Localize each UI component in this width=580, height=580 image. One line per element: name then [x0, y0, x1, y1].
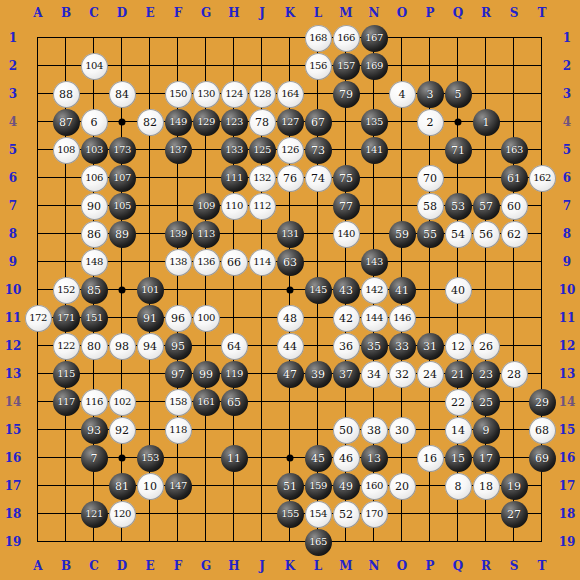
board-cell[interactable]: 88	[52, 80, 80, 108]
board-cell[interactable]: 18	[472, 472, 500, 500]
board-cell[interactable]: 113	[192, 220, 220, 248]
board-cell[interactable]	[24, 500, 52, 528]
board-cell[interactable]	[360, 220, 388, 248]
board-cell[interactable]: 21	[444, 360, 472, 388]
board-cell[interactable]	[444, 52, 472, 80]
board-cell[interactable]	[136, 80, 164, 108]
board-cell[interactable]	[136, 416, 164, 444]
board-cell[interactable]	[500, 52, 528, 80]
board-cell[interactable]: 159	[304, 472, 332, 500]
board-cell[interactable]	[192, 164, 220, 192]
board-cell[interactable]: 131	[276, 220, 304, 248]
board-cell[interactable]	[248, 472, 276, 500]
board-cell[interactable]	[500, 332, 528, 360]
board-cell[interactable]	[528, 24, 556, 52]
board-cell[interactable]: 58	[416, 192, 444, 220]
board-cell[interactable]: 82	[136, 108, 164, 136]
board-cell[interactable]	[388, 52, 416, 80]
board-cell[interactable]	[416, 304, 444, 332]
board-cell[interactable]	[80, 24, 108, 52]
board-cell[interactable]: 166	[332, 24, 360, 52]
board-cell[interactable]	[528, 332, 556, 360]
board-cell[interactable]: 136	[192, 248, 220, 276]
board-cell[interactable]	[388, 136, 416, 164]
board-cell[interactable]	[108, 304, 136, 332]
board-cell[interactable]: 78	[248, 108, 276, 136]
board-cell[interactable]	[276, 24, 304, 52]
board-cell[interactable]: 147	[164, 472, 192, 500]
board-cell[interactable]: 46	[332, 444, 360, 472]
board-cell[interactable]: 123	[220, 108, 248, 136]
board-cell[interactable]: 118	[164, 416, 192, 444]
board-cell[interactable]	[528, 360, 556, 388]
board-cell[interactable]: 144	[360, 304, 388, 332]
board-cell[interactable]: 53	[444, 192, 472, 220]
board-cell[interactable]	[24, 472, 52, 500]
board-cell[interactable]	[360, 388, 388, 416]
board-cell[interactable]	[248, 24, 276, 52]
board-cell[interactable]: 73	[304, 136, 332, 164]
board-cell[interactable]: 9	[472, 416, 500, 444]
board-cell[interactable]	[500, 276, 528, 304]
board-cell[interactable]: 71	[444, 136, 472, 164]
board-cell[interactable]	[472, 276, 500, 304]
board-cell[interactable]	[24, 164, 52, 192]
board-cell[interactable]	[304, 388, 332, 416]
board-cell[interactable]: 94	[136, 332, 164, 360]
board-cell[interactable]	[360, 528, 388, 556]
board-cell[interactable]	[304, 304, 332, 332]
board-cell[interactable]: 19	[500, 472, 528, 500]
board-cell[interactable]	[388, 500, 416, 528]
board-cell[interactable]	[528, 80, 556, 108]
board-cell[interactable]: 141	[360, 136, 388, 164]
board-cell[interactable]	[108, 24, 136, 52]
board-cell[interactable]: 32	[388, 360, 416, 388]
board-cell[interactable]: 163	[500, 136, 528, 164]
board-cell[interactable]	[416, 136, 444, 164]
board-cell[interactable]	[444, 248, 472, 276]
board-cell[interactable]: 139	[164, 220, 192, 248]
board-cell[interactable]: 87	[52, 108, 80, 136]
board-cell[interactable]	[164, 52, 192, 80]
board-cell[interactable]	[220, 220, 248, 248]
board-cell[interactable]	[108, 276, 136, 304]
board-cell[interactable]: 86	[80, 220, 108, 248]
board-cell[interactable]: 81	[108, 472, 136, 500]
board-cell[interactable]: 161	[192, 388, 220, 416]
board-cell[interactable]	[332, 136, 360, 164]
board-cell[interactable]: 90	[80, 192, 108, 220]
board-cell[interactable]: 31	[416, 332, 444, 360]
board-cell[interactable]	[136, 136, 164, 164]
board-cell[interactable]: 145	[304, 276, 332, 304]
go-board[interactable]: 1681661671041561571698884150130124128164…	[24, 24, 556, 556]
board-cell[interactable]	[220, 528, 248, 556]
board-cell[interactable]: 48	[276, 304, 304, 332]
board-cell[interactable]: 114	[248, 248, 276, 276]
board-cell[interactable]	[528, 248, 556, 276]
board-cell[interactable]: 63	[276, 248, 304, 276]
board-cell[interactable]	[164, 24, 192, 52]
board-cell[interactable]: 41	[388, 276, 416, 304]
board-cell[interactable]: 79	[332, 80, 360, 108]
board-cell[interactable]	[52, 472, 80, 500]
board-cell[interactable]	[24, 80, 52, 108]
board-cell[interactable]	[388, 444, 416, 472]
board-cell[interactable]: 138	[164, 248, 192, 276]
board-cell[interactable]	[192, 500, 220, 528]
board-cell[interactable]	[500, 304, 528, 332]
board-cell[interactable]: 60	[500, 192, 528, 220]
board-cell[interactable]: 122	[52, 332, 80, 360]
board-cell[interactable]: 132	[248, 164, 276, 192]
board-cell[interactable]: 117	[52, 388, 80, 416]
board-cell[interactable]	[416, 24, 444, 52]
board-cell[interactable]: 5	[444, 80, 472, 108]
board-cell[interactable]: 135	[360, 108, 388, 136]
board-cell[interactable]	[136, 52, 164, 80]
board-cell[interactable]	[220, 472, 248, 500]
board-cell[interactable]: 172	[24, 304, 52, 332]
board-cell[interactable]	[108, 108, 136, 136]
board-cell[interactable]: 121	[80, 500, 108, 528]
board-cell[interactable]: 59	[388, 220, 416, 248]
board-cell[interactable]: 84	[108, 80, 136, 108]
board-cell[interactable]	[528, 472, 556, 500]
board-cell[interactable]	[248, 500, 276, 528]
board-cell[interactable]	[248, 360, 276, 388]
board-cell[interactable]	[444, 108, 472, 136]
board-cell[interactable]	[192, 276, 220, 304]
board-cell[interactable]	[24, 136, 52, 164]
board-cell[interactable]: 7	[80, 444, 108, 472]
board-cell[interactable]	[52, 416, 80, 444]
board-cell[interactable]	[164, 528, 192, 556]
board-cell[interactable]: 150	[164, 80, 192, 108]
board-cell[interactable]: 68	[528, 416, 556, 444]
board-cell[interactable]: 23	[472, 360, 500, 388]
board-cell[interactable]	[164, 500, 192, 528]
board-cell[interactable]: 69	[528, 444, 556, 472]
board-cell[interactable]: 116	[80, 388, 108, 416]
board-cell[interactable]: 44	[276, 332, 304, 360]
board-cell[interactable]: 1	[472, 108, 500, 136]
board-cell[interactable]	[416, 472, 444, 500]
board-cell[interactable]	[24, 332, 52, 360]
board-cell[interactable]	[220, 304, 248, 332]
board-cell[interactable]	[136, 500, 164, 528]
board-cell[interactable]: 173	[108, 136, 136, 164]
board-cell[interactable]	[192, 416, 220, 444]
board-cell[interactable]: 47	[276, 360, 304, 388]
board-cell[interactable]	[136, 248, 164, 276]
board-cell[interactable]: 137	[164, 136, 192, 164]
board-cell[interactable]	[24, 24, 52, 52]
board-cell[interactable]	[248, 276, 276, 304]
board-cell[interactable]	[388, 164, 416, 192]
board-cell[interactable]	[416, 416, 444, 444]
board-cell[interactable]: 165	[304, 528, 332, 556]
board-cell[interactable]	[416, 388, 444, 416]
board-cell[interactable]: 149	[164, 108, 192, 136]
board-cell[interactable]: 171	[52, 304, 80, 332]
board-cell[interactable]: 143	[360, 248, 388, 276]
board-cell[interactable]: 14	[444, 416, 472, 444]
board-cell[interactable]	[24, 388, 52, 416]
board-cell[interactable]	[248, 220, 276, 248]
board-cell[interactable]: 152	[52, 276, 80, 304]
board-cell[interactable]	[220, 52, 248, 80]
board-cell[interactable]: 65	[220, 388, 248, 416]
board-cell[interactable]: 77	[332, 192, 360, 220]
board-cell[interactable]	[332, 108, 360, 136]
board-cell[interactable]: 26	[472, 332, 500, 360]
board-cell[interactable]	[192, 472, 220, 500]
board-cell[interactable]: 91	[136, 304, 164, 332]
board-cell[interactable]: 93	[80, 416, 108, 444]
board-cell[interactable]	[276, 52, 304, 80]
board-cell[interactable]	[24, 248, 52, 276]
board-cell[interactable]: 107	[108, 164, 136, 192]
board-cell[interactable]: 54	[444, 220, 472, 248]
board-cell[interactable]: 10	[136, 472, 164, 500]
board-cell[interactable]	[304, 220, 332, 248]
board-cell[interactable]: 125	[248, 136, 276, 164]
board-cell[interactable]: 98	[108, 332, 136, 360]
board-cell[interactable]	[528, 136, 556, 164]
board-cell[interactable]	[528, 52, 556, 80]
board-cell[interactable]	[52, 444, 80, 472]
board-cell[interactable]	[136, 192, 164, 220]
board-cell[interactable]	[472, 500, 500, 528]
board-cell[interactable]	[472, 24, 500, 52]
board-cell[interactable]	[192, 52, 220, 80]
board-cell[interactable]: 75	[332, 164, 360, 192]
board-cell[interactable]	[24, 276, 52, 304]
board-cell[interactable]	[472, 80, 500, 108]
board-cell[interactable]: 120	[108, 500, 136, 528]
board-cell[interactable]	[528, 276, 556, 304]
board-cell[interactable]	[136, 220, 164, 248]
board-cell[interactable]: 101	[136, 276, 164, 304]
board-cell[interactable]: 146	[388, 304, 416, 332]
board-cell[interactable]: 38	[360, 416, 388, 444]
board-cell[interactable]: 106	[80, 164, 108, 192]
board-cell[interactable]	[24, 52, 52, 80]
board-cell[interactable]: 169	[360, 52, 388, 80]
board-cell[interactable]	[108, 52, 136, 80]
board-cell[interactable]: 12	[444, 332, 472, 360]
board-cell[interactable]	[24, 528, 52, 556]
board-cell[interactable]: 160	[360, 472, 388, 500]
board-cell[interactable]	[500, 528, 528, 556]
board-cell[interactable]	[444, 304, 472, 332]
board-cell[interactable]	[304, 248, 332, 276]
board-cell[interactable]	[24, 416, 52, 444]
board-cell[interactable]	[248, 52, 276, 80]
board-cell[interactable]: 43	[332, 276, 360, 304]
board-cell[interactable]: 76	[276, 164, 304, 192]
board-cell[interactable]: 168	[304, 24, 332, 52]
board-cell[interactable]: 40	[444, 276, 472, 304]
board-cell[interactable]: 127	[276, 108, 304, 136]
board-cell[interactable]	[444, 528, 472, 556]
board-cell[interactable]	[24, 360, 52, 388]
board-cell[interactable]	[108, 360, 136, 388]
board-cell[interactable]	[108, 444, 136, 472]
board-cell[interactable]	[388, 108, 416, 136]
board-cell[interactable]	[248, 332, 276, 360]
board-cell[interactable]	[360, 80, 388, 108]
board-cell[interactable]: 50	[332, 416, 360, 444]
board-cell[interactable]	[24, 108, 52, 136]
board-cell[interactable]: 27	[500, 500, 528, 528]
board-cell[interactable]	[332, 528, 360, 556]
board-cell[interactable]: 42	[332, 304, 360, 332]
board-cell[interactable]: 155	[276, 500, 304, 528]
board-cell[interactable]: 110	[220, 192, 248, 220]
board-cell[interactable]: 62	[500, 220, 528, 248]
board-cell[interactable]	[388, 24, 416, 52]
board-cell[interactable]	[444, 24, 472, 52]
board-cell[interactable]	[220, 24, 248, 52]
board-cell[interactable]	[500, 248, 528, 276]
board-cell[interactable]: 67	[304, 108, 332, 136]
board-cell[interactable]: 45	[304, 444, 332, 472]
board-cell[interactable]: 61	[500, 164, 528, 192]
board-cell[interactable]: 51	[276, 472, 304, 500]
board-cell[interactable]	[500, 24, 528, 52]
board-cell[interactable]: 64	[220, 332, 248, 360]
board-cell[interactable]: 156	[304, 52, 332, 80]
board-cell[interactable]: 29	[528, 388, 556, 416]
board-cell[interactable]: 80	[80, 332, 108, 360]
board-cell[interactable]	[248, 416, 276, 444]
board-cell[interactable]	[24, 192, 52, 220]
board-cell[interactable]	[304, 192, 332, 220]
board-cell[interactable]	[220, 500, 248, 528]
board-cell[interactable]: 20	[388, 472, 416, 500]
board-cell[interactable]: 148	[80, 248, 108, 276]
board-cell[interactable]	[276, 528, 304, 556]
board-cell[interactable]: 17	[472, 444, 500, 472]
board-cell[interactable]: 119	[220, 360, 248, 388]
board-cell[interactable]: 36	[332, 332, 360, 360]
board-cell[interactable]: 158	[164, 388, 192, 416]
board-cell[interactable]: 124	[220, 80, 248, 108]
board-cell[interactable]	[416, 52, 444, 80]
board-cell[interactable]: 3	[416, 80, 444, 108]
board-cell[interactable]: 115	[52, 360, 80, 388]
board-cell[interactable]: 129	[192, 108, 220, 136]
board-cell[interactable]: 162	[528, 164, 556, 192]
board-cell[interactable]	[80, 80, 108, 108]
board-cell[interactable]: 105	[108, 192, 136, 220]
board-cell[interactable]	[528, 220, 556, 248]
board-cell[interactable]: 89	[108, 220, 136, 248]
board-cell[interactable]	[388, 388, 416, 416]
board-cell[interactable]: 140	[332, 220, 360, 248]
board-cell[interactable]: 154	[304, 500, 332, 528]
board-cell[interactable]: 108	[52, 136, 80, 164]
board-cell[interactable]	[108, 248, 136, 276]
board-cell[interactable]: 167	[360, 24, 388, 52]
board-cell[interactable]	[528, 108, 556, 136]
board-cell[interactable]	[248, 444, 276, 472]
board-cell[interactable]: 11	[220, 444, 248, 472]
board-cell[interactable]	[360, 192, 388, 220]
board-cell[interactable]	[472, 528, 500, 556]
board-cell[interactable]: 34	[360, 360, 388, 388]
board-cell[interactable]: 22	[444, 388, 472, 416]
board-cell[interactable]: 130	[192, 80, 220, 108]
board-cell[interactable]	[360, 164, 388, 192]
board-cell[interactable]	[192, 332, 220, 360]
board-cell[interactable]: 56	[472, 220, 500, 248]
board-cell[interactable]	[24, 444, 52, 472]
board-cell[interactable]: 74	[304, 164, 332, 192]
board-cell[interactable]	[388, 248, 416, 276]
board-cell[interactable]	[304, 332, 332, 360]
board-cell[interactable]: 13	[360, 444, 388, 472]
board-cell[interactable]: 157	[332, 52, 360, 80]
board-cell[interactable]	[136, 24, 164, 52]
board-cell[interactable]: 15	[444, 444, 472, 472]
board-cell[interactable]	[444, 500, 472, 528]
board-cell[interactable]	[192, 24, 220, 52]
board-cell[interactable]	[276, 192, 304, 220]
board-cell[interactable]	[528, 304, 556, 332]
board-cell[interactable]	[500, 416, 528, 444]
board-cell[interactable]: 170	[360, 500, 388, 528]
board-cell[interactable]	[52, 192, 80, 220]
board-cell[interactable]: 55	[416, 220, 444, 248]
board-cell[interactable]	[52, 164, 80, 192]
board-cell[interactable]: 52	[332, 500, 360, 528]
board-cell[interactable]	[304, 80, 332, 108]
board-cell[interactable]: 25	[472, 388, 500, 416]
board-cell[interactable]	[52, 528, 80, 556]
board-cell[interactable]	[164, 276, 192, 304]
board-cell[interactable]	[80, 472, 108, 500]
board-cell[interactable]	[192, 444, 220, 472]
board-cell[interactable]	[80, 528, 108, 556]
board-cell[interactable]	[416, 276, 444, 304]
board-cell[interactable]	[500, 444, 528, 472]
board-cell[interactable]: 96	[164, 304, 192, 332]
board-cell[interactable]	[528, 192, 556, 220]
board-cell[interactable]	[388, 192, 416, 220]
board-cell[interactable]: 70	[416, 164, 444, 192]
board-cell[interactable]: 104	[80, 52, 108, 80]
board-cell[interactable]	[500, 388, 528, 416]
board-cell[interactable]: 66	[220, 248, 248, 276]
board-cell[interactable]: 112	[248, 192, 276, 220]
board-cell[interactable]	[52, 220, 80, 248]
board-cell[interactable]: 126	[276, 136, 304, 164]
board-cell[interactable]	[52, 248, 80, 276]
board-cell[interactable]	[500, 80, 528, 108]
board-cell[interactable]	[332, 248, 360, 276]
board-cell[interactable]	[528, 500, 556, 528]
board-cell[interactable]	[24, 220, 52, 248]
board-cell[interactable]	[108, 528, 136, 556]
board-cell[interactable]: 33	[388, 332, 416, 360]
board-cell[interactable]: 28	[500, 360, 528, 388]
board-cell[interactable]	[136, 528, 164, 556]
board-cell[interactable]	[472, 248, 500, 276]
